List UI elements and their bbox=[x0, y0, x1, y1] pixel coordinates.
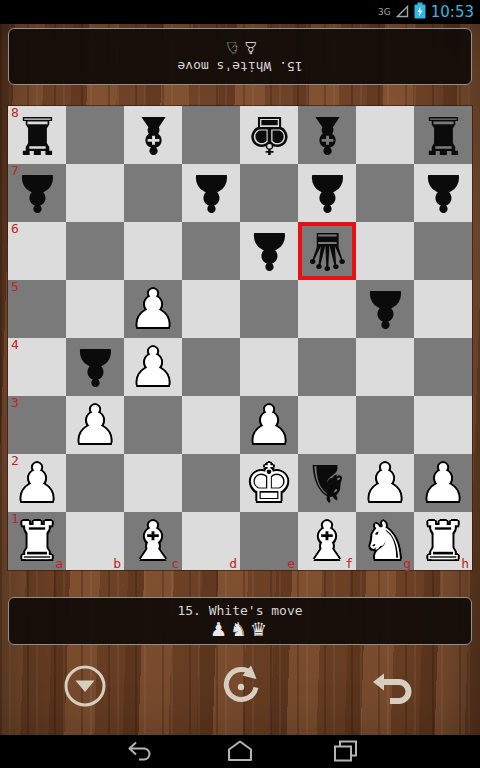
square-b2[interactable] bbox=[66, 454, 124, 512]
square-h7[interactable]: ♟ bbox=[414, 164, 472, 222]
opponent-captured-pieces: ♙♘ bbox=[222, 39, 258, 59]
piece-white-pawn: ♟ bbox=[130, 280, 177, 338]
piece-black-bishop: ♝ bbox=[130, 106, 177, 164]
piece-white-pawn: ♟ bbox=[246, 396, 293, 454]
piece-white-bishop: ♝ bbox=[304, 512, 351, 570]
battery-charging-icon bbox=[414, 2, 426, 23]
signal-strength-icon bbox=[396, 3, 409, 22]
square-d5[interactable] bbox=[182, 280, 240, 338]
square-a5[interactable]: 5 bbox=[8, 280, 66, 338]
square-g5[interactable]: ♟ bbox=[356, 280, 414, 338]
square-a6[interactable]: 6 bbox=[8, 222, 66, 280]
rank-label-3: 3 bbox=[11, 395, 19, 410]
square-g8[interactable] bbox=[356, 106, 414, 164]
rank-label-2: 2 bbox=[11, 453, 19, 468]
square-h4[interactable] bbox=[414, 338, 472, 396]
square-e8[interactable]: ♚ bbox=[240, 106, 298, 164]
player-panel-content: 15. White's move ♟♞♛ bbox=[9, 598, 471, 644]
square-c1[interactable]: c♝ bbox=[124, 512, 182, 570]
back-button[interactable] bbox=[126, 739, 154, 766]
square-c8[interactable]: ♝ bbox=[124, 106, 182, 164]
status-bar: 3G 10:53 bbox=[0, 0, 480, 24]
square-a3[interactable]: 3 bbox=[8, 396, 66, 454]
square-f2[interactable]: ♞ bbox=[298, 454, 356, 512]
piece-black-pawn: ♟ bbox=[420, 164, 467, 222]
square-b4[interactable]: ♟ bbox=[66, 338, 124, 396]
android-nav-bar bbox=[0, 735, 480, 768]
square-a4[interactable]: 4 bbox=[8, 338, 66, 396]
piece-white-bishop: ♝ bbox=[130, 512, 177, 570]
square-c4[interactable]: ♟ bbox=[124, 338, 182, 396]
square-g7[interactable] bbox=[356, 164, 414, 222]
piece-white-pawn: ♟ bbox=[362, 454, 409, 512]
recent-apps-button[interactable] bbox=[332, 739, 360, 766]
piece-black-rook: ♜ bbox=[420, 106, 467, 164]
status-bar-right: 3G 10:53 bbox=[378, 0, 474, 24]
square-c7[interactable] bbox=[124, 164, 182, 222]
circle-arrow-down-icon bbox=[63, 696, 107, 711]
square-c3[interactable] bbox=[124, 396, 182, 454]
square-f1[interactable]: f♝ bbox=[298, 512, 356, 570]
undo-arrow-icon bbox=[372, 696, 418, 711]
refresh-rotate-icon bbox=[218, 697, 264, 712]
square-e2[interactable]: ♚ bbox=[240, 454, 298, 512]
file-label-e: e bbox=[287, 556, 295, 571]
square-e5[interactable] bbox=[240, 280, 298, 338]
piece-black-pawn: ♟ bbox=[362, 280, 409, 338]
piece-black-pawn: ♟ bbox=[72, 338, 119, 396]
square-e6[interactable]: ♟ bbox=[240, 222, 298, 280]
square-g1[interactable]: g♞ bbox=[356, 512, 414, 570]
piece-white-king: ♚ bbox=[246, 454, 293, 512]
square-f3[interactable] bbox=[298, 396, 356, 454]
square-f8[interactable]: ♝ bbox=[298, 106, 356, 164]
network-type-label: 3G bbox=[378, 0, 391, 24]
square-g3[interactable] bbox=[356, 396, 414, 454]
square-e1[interactable]: e bbox=[240, 512, 298, 570]
square-e3[interactable]: ♟ bbox=[240, 396, 298, 454]
piece-black-knight: ♞ bbox=[304, 454, 351, 512]
square-g4[interactable] bbox=[356, 338, 414, 396]
square-f6[interactable]: ♛ bbox=[298, 222, 356, 280]
home-button[interactable] bbox=[226, 739, 254, 766]
square-f7[interactable]: ♟ bbox=[298, 164, 356, 222]
square-e4[interactable] bbox=[240, 338, 298, 396]
square-a1[interactable]: 1a♜ bbox=[8, 512, 66, 570]
square-b1[interactable]: b bbox=[66, 512, 124, 570]
back-icon bbox=[126, 751, 154, 766]
square-d4[interactable] bbox=[182, 338, 240, 396]
square-e7[interactable] bbox=[240, 164, 298, 222]
piece-black-pawn: ♟ bbox=[188, 164, 235, 222]
square-c5[interactable]: ♟ bbox=[124, 280, 182, 338]
rank-label-6: 6 bbox=[11, 221, 19, 236]
square-h1[interactable]: h♜ bbox=[414, 512, 472, 570]
opponent-info-panel: 15. White's move ♙♘ bbox=[8, 28, 472, 85]
piece-white-knight: ♞ bbox=[362, 512, 409, 570]
move-down-button[interactable] bbox=[63, 664, 107, 711]
square-d6[interactable] bbox=[182, 222, 240, 280]
square-d7[interactable]: ♟ bbox=[182, 164, 240, 222]
square-h6[interactable] bbox=[414, 222, 472, 280]
square-g6[interactable] bbox=[356, 222, 414, 280]
square-h2[interactable]: ♟ bbox=[414, 454, 472, 512]
piece-white-pawn: ♟ bbox=[420, 454, 467, 512]
piece-white-pawn: ♟ bbox=[72, 396, 119, 454]
square-b7[interactable] bbox=[66, 164, 124, 222]
move-status-text: 15. White's move bbox=[177, 603, 302, 618]
square-h5[interactable] bbox=[414, 280, 472, 338]
piece-black-queen: ♛ bbox=[304, 222, 351, 280]
file-label-d: d bbox=[229, 556, 237, 571]
square-h8[interactable]: ♜ bbox=[414, 106, 472, 164]
file-label-g: g bbox=[403, 556, 411, 571]
file-label-f: f bbox=[345, 556, 353, 571]
refresh-button[interactable] bbox=[218, 663, 264, 712]
piece-white-rook: ♜ bbox=[420, 512, 467, 570]
piece-black-pawn: ♟ bbox=[304, 164, 351, 222]
file-label-a: a bbox=[55, 556, 63, 571]
square-f4[interactable] bbox=[298, 338, 356, 396]
opponent-panel-content: 15. White's move ♙♘ bbox=[9, 29, 471, 84]
file-label-b: b bbox=[113, 556, 121, 571]
piece-white-pawn: ♟ bbox=[14, 454, 61, 512]
chess-board: 8♜♝♚♝♜7♟♟♟♟6♟♛5♟♟4♟♟3♟♟2♟♚♞♟♟1a♜bc♝def♝g… bbox=[7, 105, 473, 571]
square-h3[interactable] bbox=[414, 396, 472, 454]
piece-black-pawn: ♟ bbox=[14, 164, 61, 222]
player-captured-pieces: ♟♞♛ bbox=[210, 619, 270, 639]
opponent-move-status-text: 15. White's move bbox=[177, 60, 302, 75]
square-a2[interactable]: 2♟ bbox=[8, 454, 66, 512]
app-screen: 3G 10:53 15. White's move ♙♘ 8♜♝♚♝♜7♟♟♟♟… bbox=[0, 0, 480, 768]
file-label-h: h bbox=[461, 556, 469, 571]
rank-label-4: 4 bbox=[11, 337, 19, 352]
square-b6[interactable] bbox=[66, 222, 124, 280]
player-info-panel: 15. White's move ♟♞♛ bbox=[8, 597, 472, 645]
file-label-c: c bbox=[171, 556, 179, 571]
square-b8[interactable] bbox=[66, 106, 124, 164]
square-f5[interactable] bbox=[298, 280, 356, 338]
square-d8[interactable] bbox=[182, 106, 240, 164]
square-g2[interactable]: ♟ bbox=[356, 454, 414, 512]
square-b5[interactable] bbox=[66, 280, 124, 338]
piece-black-king: ♚ bbox=[246, 106, 293, 164]
square-c6[interactable] bbox=[124, 222, 182, 280]
square-d1[interactable]: d bbox=[182, 512, 240, 570]
rank-label-1: 1 bbox=[11, 511, 19, 526]
square-a7[interactable]: 7♟ bbox=[8, 164, 66, 222]
piece-black-pawn: ♟ bbox=[246, 222, 293, 280]
piece-black-bishop: ♝ bbox=[304, 106, 351, 164]
home-icon bbox=[226, 751, 254, 766]
piece-white-pawn: ♟ bbox=[130, 338, 177, 396]
square-c2[interactable] bbox=[124, 454, 182, 512]
square-b3[interactable]: ♟ bbox=[66, 396, 124, 454]
recent-apps-icon bbox=[332, 751, 360, 766]
piece-black-rook: ♜ bbox=[14, 106, 61, 164]
square-d3[interactable] bbox=[182, 396, 240, 454]
undo-button[interactable] bbox=[372, 668, 418, 711]
square-d2[interactable] bbox=[182, 454, 240, 512]
rank-label-5: 5 bbox=[11, 279, 19, 294]
piece-white-rook: ♜ bbox=[14, 512, 61, 570]
square-a8[interactable]: 8♜ bbox=[8, 106, 66, 164]
clock: 10:53 bbox=[431, 3, 474, 21]
